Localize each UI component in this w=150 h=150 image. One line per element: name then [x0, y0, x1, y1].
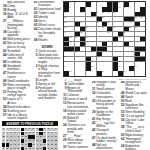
- clue-text: Feed giant whose brands include Zodiac a…: [38, 87, 61, 101]
- grid-cell[interactable]: 34: [64, 32, 69, 37]
- black-square: [64, 37, 69, 42]
- clue-text: Badminton feathers: [125, 145, 147, 150]
- grid-cell[interactable]: 66: [118, 66, 123, 71]
- grid-cell[interactable]: [97, 32, 102, 37]
- clue-item: 66Data from clouds for Grenoble, say: [33, 28, 61, 38]
- grid-cell[interactable]: 47: [80, 47, 85, 52]
- down-clues-column-1: 7"___ Major"8Cattle holder9Region of "Ro…: [62, 79, 89, 148]
- crossword-page: dips and outs34Camp35Rowdy36Hwy. "4" of …: [0, 0, 150, 150]
- grid-cell[interactable]: 2: [75, 2, 80, 7]
- grid-cell[interactable]: 45: [113, 42, 118, 47]
- down-clues-column-3: 44Srivastava's Worth and Munro46World Cu…: [120, 81, 147, 150]
- grid-cell[interactable]: [118, 27, 123, 32]
- cell-number: 5: [118, 2, 119, 4]
- crossword-grid[interactable]: 1234567891011121314151617181920212223242…: [63, 1, 146, 77]
- grid-cell[interactable]: [124, 22, 129, 27]
- cell-number: 36: [108, 32, 110, 34]
- cell-number: 59: [64, 61, 66, 63]
- black-square: [118, 71, 123, 76]
- grid-cell[interactable]: 7: [135, 2, 140, 7]
- grid-cell[interactable]: [102, 2, 107, 7]
- grid-cell[interactable]: [91, 32, 96, 37]
- grid-cell[interactable]: [69, 62, 74, 67]
- cell-number: 3: [91, 2, 92, 4]
- grid-cell[interactable]: [124, 52, 129, 57]
- grid-cell[interactable]: [75, 57, 80, 62]
- grid-cell[interactable]: [80, 2, 85, 7]
- black-square: [80, 37, 85, 42]
- cell-number: 30: [102, 27, 104, 29]
- grid-cell[interactable]: [80, 71, 85, 76]
- grid-cell[interactable]: [107, 66, 112, 71]
- grid-cell[interactable]: 35: [80, 32, 85, 37]
- grid-cell[interactable]: [75, 17, 80, 22]
- cell-number: 43: [86, 41, 88, 43]
- cell-number: 54: [102, 51, 104, 53]
- clue-text: Renaissance lute instruments: [67, 102, 89, 109]
- black-square: [140, 7, 145, 12]
- grid-cell[interactable]: 69: [102, 71, 107, 76]
- clue-item: 6Feed giant whose brands include Zodiac …: [33, 87, 61, 101]
- grid-cell[interactable]: 52: [75, 52, 80, 57]
- cell-number: 13: [80, 12, 82, 14]
- grid-cell[interactable]: [80, 66, 85, 71]
- grid-cell[interactable]: [75, 71, 80, 76]
- cell-number: 68: [70, 71, 72, 73]
- grid-cell[interactable]: [107, 62, 112, 67]
- grid-cell[interactable]: [129, 7, 134, 12]
- grid-cell[interactable]: [97, 42, 102, 47]
- grid-cell[interactable]: [129, 71, 134, 76]
- cell-number: 24: [80, 22, 82, 24]
- black-square: [97, 71, 102, 76]
- grid-cell[interactable]: 30: [102, 27, 107, 32]
- cell-number: 53: [91, 51, 93, 53]
- black-square: [86, 62, 91, 67]
- down-clues-column-2: 28Shopper's wild outing31Small amount32O…: [91, 81, 118, 150]
- grid-cell[interactable]: [129, 62, 134, 67]
- cell-number: 21: [135, 17, 137, 19]
- grid-cell[interactable]: 14: [97, 12, 102, 17]
- grid-cell[interactable]: [97, 66, 102, 71]
- clue-text: Srivastava's Worth and Munro: [125, 81, 147, 91]
- grid-cell[interactable]: 51: [69, 52, 74, 57]
- grid-cell[interactable]: [129, 47, 134, 52]
- cell-number: 51: [70, 51, 72, 53]
- across-clues-column-left: dips and outs34Camp35Rowdy36Hwy. "4" of …: [2, 1, 31, 120]
- grid-cell[interactable]: 42: [69, 42, 74, 47]
- cell-number: 1: [70, 2, 71, 4]
- black-square: [129, 66, 134, 71]
- grid-cell[interactable]: 46: [129, 42, 134, 47]
- cell-number: 38: [70, 37, 72, 39]
- cell-number: 10: [118, 7, 120, 9]
- cell-number: 18: [64, 17, 66, 19]
- clue-item: 57Idle in a library search request: [2, 114, 31, 120]
- cell-number: 55: [64, 56, 66, 58]
- grid-cell[interactable]: [97, 37, 102, 42]
- grid-cell[interactable]: 63: [140, 62, 145, 67]
- grid-cell[interactable]: 22: [140, 17, 145, 22]
- grid-cell[interactable]: [102, 57, 107, 62]
- cell-number: 32: [129, 27, 131, 29]
- clue-item: 36Old wooden or heavy-pound overload: [91, 100, 118, 110]
- cell-number: 47: [80, 46, 82, 48]
- previous-puzzle-solution-wrap: PASTAOGRESNITULTRANEONCOLAMATINEEORIOLEA…: [2, 128, 58, 150]
- clue-text: Wraths: [38, 39, 61, 42]
- grid-cell[interactable]: [107, 71, 112, 76]
- grid-cell[interactable]: [91, 7, 96, 12]
- cell-number: 67: [135, 66, 137, 68]
- grid-cell[interactable]: [69, 17, 74, 22]
- cell-number: 17: [113, 12, 115, 14]
- grid-cell[interactable]: [102, 32, 107, 37]
- cell-number: 19: [91, 17, 93, 19]
- clue-item: 24Chemists use moulds with them: [62, 124, 89, 134]
- grid-cell[interactable]: 6: [129, 2, 134, 7]
- clue-item: 13Renaissance lute instruments: [62, 102, 89, 109]
- cell-number: 29: [86, 27, 88, 29]
- down-section-header: DOWN: [33, 45, 61, 49]
- black-square: [86, 66, 91, 71]
- cell-number: 31: [113, 27, 115, 29]
- black-square: [113, 62, 118, 67]
- grid-cell[interactable]: [135, 42, 140, 47]
- cell-number: 9: [86, 7, 87, 9]
- grid-cell[interactable]: [97, 62, 102, 67]
- grid-cell[interactable]: [107, 52, 112, 57]
- cell-number: 20: [102, 17, 104, 19]
- grid-cell[interactable]: 13: [80, 12, 85, 17]
- cell-number: 48: [108, 46, 110, 48]
- grid-cell[interactable]: [135, 32, 140, 37]
- grid-cell[interactable]: [113, 47, 118, 52]
- cell-number: 35: [80, 32, 82, 34]
- grid-cell[interactable]: 8: [69, 7, 74, 12]
- cell-number: 25: [97, 22, 99, 24]
- grid-cell[interactable]: 43: [86, 42, 91, 47]
- black-square: [75, 22, 80, 27]
- clue-text: Idle in a library search request: [7, 114, 31, 120]
- cell-number: 16: [108, 12, 110, 14]
- grid-cell[interactable]: [91, 42, 96, 47]
- grid-cell[interactable]: [129, 57, 134, 62]
- cell-number: 60: [91, 61, 93, 63]
- cell-number: 2: [75, 2, 76, 4]
- black-square: [107, 2, 112, 7]
- black-square: [64, 2, 69, 7]
- grid-cell[interactable]: [124, 37, 129, 42]
- solution-letter-cell: D: [54, 147, 57, 150]
- cell-number: 70: [124, 71, 126, 73]
- cell-number: 69: [102, 71, 104, 73]
- cell-number: 11: [124, 7, 126, 9]
- clue-text: Tennis supports: [67, 146, 89, 148]
- grid-cell[interactable]: 4: [97, 2, 102, 7]
- grid-cell[interactable]: 49: [124, 47, 129, 52]
- copyright-line: © 2024 Andrews McMeel Synd.: [104, 78, 147, 80]
- black-square: [102, 42, 107, 47]
- grid-cell[interactable]: [91, 37, 96, 42]
- grid-cell[interactable]: [102, 37, 107, 42]
- grid-cell[interactable]: [118, 12, 123, 17]
- cell-number: 37: [124, 32, 126, 34]
- cell-number: 44: [108, 41, 110, 43]
- cell-number: 28: [64, 27, 66, 29]
- clue-text: Data from clouds for Grenoble, say: [38, 28, 61, 38]
- grid-cell[interactable]: 16: [107, 12, 112, 17]
- cell-number: 58: [118, 56, 120, 58]
- black-square: [135, 52, 140, 57]
- cell-number: 61: [118, 61, 120, 63]
- grid-cell[interactable]: [86, 12, 91, 17]
- cell-number: 42: [70, 41, 72, 43]
- black-square: [86, 57, 91, 62]
- grid-cell[interactable]: [129, 12, 134, 17]
- grid-cell[interactable]: [75, 12, 80, 17]
- grid-cell[interactable]: [86, 52, 91, 57]
- grid-cell[interactable]: 41: [118, 37, 123, 42]
- clue-text: Old wooden or heavy-pound overload: [96, 100, 118, 110]
- cell-number: 40: [86, 37, 88, 39]
- grid-cell[interactable]: [113, 52, 118, 57]
- grid-cell[interactable]: [97, 27, 102, 32]
- grid-cell[interactable]: 39: [75, 37, 80, 42]
- cell-number: 33: [135, 27, 137, 29]
- cell-number: 57: [97, 56, 99, 58]
- cell-number: 56: [91, 56, 93, 58]
- black-square: [140, 47, 145, 52]
- grid-cell[interactable]: [118, 17, 123, 22]
- grid-cell[interactable]: [91, 22, 96, 27]
- grid-cell[interactable]: [69, 57, 74, 62]
- cell-number: 34: [64, 32, 66, 34]
- grid-cell[interactable]: [75, 62, 80, 67]
- grid-cell[interactable]: 64: [64, 66, 69, 71]
- grid-cell[interactable]: [140, 71, 145, 76]
- cell-number: 50: [64, 51, 66, 53]
- clue-item: 37___ Mildura (marmalade factory): [2, 20, 31, 30]
- grid-cell[interactable]: [80, 57, 85, 62]
- black-square: [113, 66, 118, 71]
- cell-number: 63: [140, 61, 142, 63]
- grid-cell[interactable]: 65: [91, 66, 96, 71]
- cell-number: 8: [70, 7, 71, 9]
- grid-cell[interactable]: 36: [107, 32, 112, 37]
- grid-cell[interactable]: [75, 42, 80, 47]
- grid-cell[interactable]: [86, 47, 91, 52]
- grid-cell[interactable]: [69, 22, 74, 27]
- across-clues-continued: 60Determinant invasions61Leprechaun land…: [33, 1, 61, 42]
- grid-cell[interactable]: 70: [124, 71, 129, 76]
- grid-cell[interactable]: [107, 57, 112, 62]
- grid-cell[interactable]: 19: [91, 17, 96, 22]
- clue-item: 3Kalpak chantey in May, informative from…: [33, 65, 61, 79]
- grid-cell[interactable]: [124, 62, 129, 67]
- grid-cell[interactable]: 68: [69, 71, 74, 76]
- cell-number: 39: [75, 37, 77, 39]
- grid-cell[interactable]: [75, 66, 80, 71]
- grid-cell[interactable]: 10: [118, 7, 123, 12]
- cell-number: 23: [64, 22, 66, 24]
- clues-column-middle: 60Determinant invasions61Leprechaun land…: [33, 1, 61, 120]
- grid-cell[interactable]: [140, 27, 145, 32]
- grid-cell[interactable]: [140, 2, 145, 7]
- grid-cell[interactable]: [91, 71, 96, 76]
- grid-cell[interactable]: [135, 37, 140, 42]
- grid-cell[interactable]: 9: [86, 7, 91, 12]
- grid-cell[interactable]: [129, 32, 134, 37]
- grid-cell[interactable]: [140, 32, 145, 37]
- grid-cell[interactable]: [129, 52, 134, 57]
- cell-number: 46: [129, 41, 131, 43]
- grid-cell[interactable]: [135, 71, 140, 76]
- grid-cell[interactable]: 17: [113, 12, 118, 17]
- clue-item: 48Sell-out sharecheers: [91, 144, 118, 150]
- black-square: [97, 47, 102, 52]
- grid-cell[interactable]: [69, 12, 74, 17]
- clue-text: Chemists use moulds with them: [67, 124, 89, 134]
- grid-cell[interactable]: [80, 62, 85, 67]
- clue-item: 44Srivastava's Worth and Munro: [120, 81, 147, 91]
- clue-text: Sell-out sharecheers: [96, 144, 118, 150]
- cell-number: 15: [102, 12, 104, 14]
- grid-cell[interactable]: [135, 7, 140, 12]
- clue-item: 30Tennis supports: [62, 146, 89, 148]
- clue-item: 48Spark: [120, 96, 147, 99]
- grid-cell[interactable]: [118, 22, 123, 27]
- grid-cell[interactable]: [91, 27, 96, 32]
- clue-text: ___ Mildura (marmalade factory): [7, 20, 31, 30]
- cell-number: 65: [91, 66, 93, 68]
- grid-cell[interactable]: 29: [86, 27, 91, 32]
- clue-item: 63Identify: [33, 16, 61, 19]
- down-clues: 1Quick escape2Ideal paid units concernin…: [33, 50, 61, 101]
- grid-cell[interactable]: [140, 52, 145, 57]
- black-square: [64, 42, 69, 47]
- grid-cell[interactable]: 11: [124, 7, 129, 12]
- grid-cell[interactable]: 48: [107, 47, 112, 52]
- cell-number: 4: [97, 2, 98, 4]
- clue-item: 64Badminton feathers: [120, 145, 147, 150]
- grid-cell[interactable]: 26: [107, 22, 112, 27]
- grid-cell[interactable]: 3: [91, 2, 96, 7]
- grid-cell[interactable]: [113, 17, 118, 22]
- grid-cell[interactable]: [124, 57, 129, 62]
- grid-cell[interactable]: [113, 71, 118, 76]
- cell-number: 66: [118, 66, 120, 68]
- black-square: [124, 17, 129, 22]
- grid-cell[interactable]: [75, 27, 80, 32]
- grid-cell[interactable]: 57: [97, 57, 102, 62]
- cell-number: 7: [135, 2, 136, 4]
- black-square: [113, 57, 118, 62]
- grid-cell[interactable]: [113, 32, 118, 37]
- grid-cell[interactable]: 21: [135, 17, 140, 22]
- black-square: [140, 37, 145, 42]
- cell-number: 52: [75, 51, 77, 53]
- grid-cell[interactable]: [118, 47, 123, 52]
- cell-number: 12: [64, 12, 66, 14]
- cell-number: 6: [129, 2, 130, 4]
- clue-item: 2Ideal paid units concerning area, maybe: [33, 54, 61, 64]
- answer-to-previous-puzzle-banner: ANSWER TO PREVIOUS PUZZLE: [2, 121, 58, 126]
- grid-cell[interactable]: 32: [129, 27, 134, 32]
- grid-cell[interactable]: 54: [102, 52, 107, 57]
- grid-cell[interactable]: 37: [124, 32, 129, 37]
- cell-number: 49: [124, 46, 126, 48]
- cell-number: 14: [97, 12, 99, 14]
- grid-cell[interactable]: 33: [135, 27, 140, 32]
- clue-text: Ideal paid units concerning area, maybe: [38, 54, 61, 64]
- grid-cell[interactable]: [124, 12, 129, 17]
- cell-number: 41: [118, 37, 120, 39]
- black-square: [64, 71, 69, 76]
- grid-cell[interactable]: [118, 42, 123, 47]
- grid-cell[interactable]: [80, 52, 85, 57]
- clue-text: Kalpak chantey in May, informative from …: [38, 65, 61, 79]
- clue-item: 46World Cup sport: [120, 92, 147, 95]
- grid-cell[interactable]: 25: [97, 22, 102, 27]
- grid-cell[interactable]: 67: [135, 66, 140, 71]
- cell-number: 45: [113, 41, 115, 43]
- grid-cell[interactable]: [86, 17, 91, 22]
- grid-cell[interactable]: [102, 62, 107, 67]
- previous-puzzle-solution-grid: PASTAOGRESNITULTRANEONCOLAMATINEEORIOLEA…: [2, 128, 58, 150]
- grid-cell[interactable]: [75, 7, 80, 12]
- cell-number: 64: [64, 66, 66, 68]
- cell-number: 26: [108, 22, 110, 24]
- black-square: [135, 47, 140, 52]
- grid-cell[interactable]: [86, 71, 91, 76]
- cell-number: 27: [129, 22, 131, 24]
- clue-item: 68Wraths: [33, 39, 61, 42]
- cell-number: 22: [140, 17, 142, 19]
- grid-cell[interactable]: 31: [113, 27, 118, 32]
- grid-cell[interactable]: 24: [80, 22, 85, 27]
- grid-cell[interactable]: [140, 22, 145, 27]
- black-square: [113, 2, 118, 7]
- cell-number: 62: [135, 61, 137, 63]
- grid-cell[interactable]: 20: [102, 17, 107, 22]
- grid-cell[interactable]: [140, 66, 145, 71]
- grid-cell[interactable]: [69, 27, 74, 32]
- grid-cell[interactable]: [140, 42, 145, 47]
